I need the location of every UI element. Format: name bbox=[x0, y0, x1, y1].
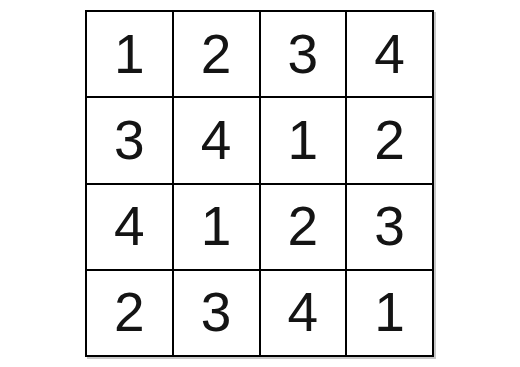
cell-r3c3[interactable]: 2 bbox=[261, 185, 346, 269]
cell-r2c4[interactable]: 2 bbox=[347, 98, 432, 182]
cell-r4c3[interactable]: 4 bbox=[261, 271, 346, 355]
cell-r2c3[interactable]: 1 bbox=[261, 98, 346, 182]
cell-r4c4[interactable]: 1 bbox=[347, 271, 432, 355]
cell-r1c1[interactable]: 1 bbox=[87, 12, 172, 96]
cell-r3c1[interactable]: 4 bbox=[87, 185, 172, 269]
cell-r1c3[interactable]: 3 bbox=[261, 12, 346, 96]
cell-r3c2[interactable]: 1 bbox=[174, 185, 259, 269]
cell-r3c4[interactable]: 3 bbox=[347, 185, 432, 269]
shidoku-board: 1234341241232341 bbox=[85, 10, 434, 357]
cell-r4c1[interactable]: 2 bbox=[87, 271, 172, 355]
cell-r1c2[interactable]: 2 bbox=[174, 12, 259, 96]
cell-r1c4[interactable]: 4 bbox=[347, 12, 432, 96]
cell-r4c2[interactable]: 3 bbox=[174, 271, 259, 355]
cell-r2c2[interactable]: 4 bbox=[174, 98, 259, 182]
cell-r2c1[interactable]: 3 bbox=[87, 98, 172, 182]
